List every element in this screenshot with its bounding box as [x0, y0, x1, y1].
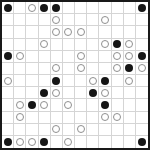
cell-r11c11[interactable] [136, 136, 148, 148]
cell-r8c7[interactable] [87, 99, 99, 111]
cell-r8c3[interactable] [39, 99, 51, 111]
black-pearl [113, 40, 121, 48]
cell-r4c3[interactable] [39, 51, 51, 63]
black-pearl [40, 89, 48, 97]
black-pearl [28, 101, 36, 109]
cell-r0c2[interactable] [26, 2, 38, 14]
cell-r4c5[interactable] [63, 51, 75, 63]
cell-r7c8[interactable] [99, 87, 111, 99]
white-pearl [52, 89, 60, 97]
cell-r10c8[interactable] [99, 124, 111, 136]
cell-r10c6[interactable] [75, 124, 87, 136]
white-pearl [101, 113, 109, 121]
cell-r0c7[interactable] [87, 2, 99, 14]
cell-r7c9[interactable] [112, 87, 124, 99]
black-pearl [89, 89, 97, 97]
cell-r8c5[interactable] [63, 99, 75, 111]
cell-r3c6[interactable] [75, 39, 87, 51]
cell-r8c9[interactable] [112, 99, 124, 111]
cell-r2c5[interactable] [63, 26, 75, 38]
black-pearl [138, 138, 146, 146]
white-pearl [101, 16, 109, 24]
cell-r5c6[interactable] [75, 63, 87, 75]
cell-r2c3[interactable] [39, 26, 51, 38]
cell-r0c11[interactable] [136, 2, 148, 14]
cell-r7c3[interactable] [39, 87, 51, 99]
cell-r1c11[interactable] [136, 14, 148, 26]
cell-r9c2[interactable] [26, 112, 38, 124]
cell-r5c7[interactable] [87, 63, 99, 75]
cell-r0c1[interactable] [14, 2, 26, 14]
cell-r11c4[interactable] [51, 136, 63, 148]
white-pearl [113, 64, 121, 72]
cell-r2c6[interactable] [75, 26, 87, 38]
cell-r1c8[interactable] [99, 14, 111, 26]
cell-r2c8[interactable] [99, 26, 111, 38]
cell-r9c7[interactable] [87, 112, 99, 124]
cell-r0c5[interactable] [63, 2, 75, 14]
black-pearl [125, 64, 133, 72]
cell-r7c1[interactable] [14, 87, 26, 99]
black-pearl [138, 4, 146, 12]
black-pearl [40, 4, 48, 12]
cell-r1c5[interactable] [63, 14, 75, 26]
white-pearl [40, 101, 48, 109]
cell-r2c11[interactable] [136, 26, 148, 38]
cell-r7c4[interactable] [51, 87, 63, 99]
cell-r3c0[interactable] [2, 39, 14, 51]
cell-r7c5[interactable] [63, 87, 75, 99]
cell-r11c1[interactable] [14, 136, 26, 148]
white-pearl [52, 28, 60, 36]
cell-r10c10[interactable] [124, 124, 136, 136]
cell-r7c11[interactable] [136, 87, 148, 99]
cell-r11c2[interactable] [26, 136, 38, 148]
cell-r10c3[interactable] [39, 124, 51, 136]
cell-r6c0[interactable] [2, 75, 14, 87]
cell-r7c2[interactable] [26, 87, 38, 99]
cell-r4c8[interactable] [99, 51, 111, 63]
white-pearl [113, 52, 121, 60]
cell-r1c6[interactable] [75, 14, 87, 26]
cell-r2c0[interactable] [2, 26, 14, 38]
cell-r1c7[interactable] [87, 14, 99, 26]
black-pearl [101, 101, 109, 109]
cell-r4c4[interactable] [51, 51, 63, 63]
white-pearl [52, 64, 60, 72]
cell-r7c7[interactable] [87, 87, 99, 99]
cell-r10c1[interactable] [14, 124, 26, 136]
cell-r9c5[interactable] [63, 112, 75, 124]
cell-r0c3[interactable] [39, 2, 51, 14]
cell-r6c9[interactable] [112, 75, 124, 87]
cell-r4c9[interactable] [112, 51, 124, 63]
cell-r4c0[interactable] [2, 51, 14, 63]
black-pearl [101, 77, 109, 85]
cell-r9c11[interactable] [136, 112, 148, 124]
cell-r0c4[interactable] [51, 2, 63, 14]
cell-r4c1[interactable] [14, 51, 26, 63]
cell-r2c4[interactable] [51, 26, 63, 38]
cell-r6c10[interactable] [124, 75, 136, 87]
cell-r11c7[interactable] [87, 136, 99, 148]
cell-r8c1[interactable] [14, 99, 26, 111]
white-pearl [64, 28, 72, 36]
cell-r1c3[interactable] [39, 14, 51, 26]
white-pearl [52, 125, 60, 133]
cell-r4c7[interactable] [87, 51, 99, 63]
cell-r0c6[interactable] [75, 2, 87, 14]
cell-r6c4[interactable] [51, 75, 63, 87]
cell-r9c1[interactable] [14, 112, 26, 124]
cell-r3c10[interactable] [124, 39, 136, 51]
white-pearl [77, 125, 85, 133]
cell-r11c6[interactable] [75, 136, 87, 148]
white-pearl [125, 40, 133, 48]
white-pearl [16, 138, 24, 146]
cell-r5c4[interactable] [51, 63, 63, 75]
cell-r10c11[interactable] [136, 124, 148, 136]
cell-r4c11[interactable] [136, 51, 148, 63]
cell-r5c10[interactable] [124, 63, 136, 75]
cell-r8c10[interactable] [124, 99, 136, 111]
white-pearl [40, 40, 48, 48]
cell-r4c10[interactable] [124, 51, 136, 63]
white-pearl [101, 89, 109, 97]
cell-r10c9[interactable] [112, 124, 124, 136]
cell-r7c0[interactable] [2, 87, 14, 99]
white-pearl [52, 16, 60, 24]
cell-r6c11[interactable] [136, 75, 148, 87]
cell-r8c11[interactable] [136, 99, 148, 111]
cell-r9c8[interactable] [99, 112, 111, 124]
cell-r5c1[interactable] [14, 63, 26, 75]
black-pearl [4, 4, 12, 12]
cell-r3c9[interactable] [112, 39, 124, 51]
white-pearl [77, 52, 85, 60]
cell-r9c4[interactable] [51, 112, 63, 124]
white-pearl [89, 77, 97, 85]
cell-r1c9[interactable] [112, 14, 124, 26]
cell-r1c10[interactable] [124, 14, 136, 26]
cell-r3c8[interactable] [99, 39, 111, 51]
cell-r10c5[interactable] [63, 124, 75, 136]
black-pearl [52, 4, 60, 12]
cell-r11c5[interactable] [63, 136, 75, 148]
cell-r10c2[interactable] [26, 124, 38, 136]
cell-r2c1[interactable] [14, 26, 26, 38]
cell-r4c2[interactable] [26, 51, 38, 63]
cell-r10c7[interactable] [87, 124, 99, 136]
cell-r11c9[interactable] [112, 136, 124, 148]
cell-r6c6[interactable] [75, 75, 87, 87]
cell-r5c9[interactable] [112, 63, 124, 75]
cell-r3c4[interactable] [51, 39, 63, 51]
cell-r0c0[interactable] [2, 2, 14, 14]
black-pearl [138, 52, 146, 60]
cell-r5c5[interactable] [63, 63, 75, 75]
cell-r8c0[interactable] [2, 99, 14, 111]
cell-r3c3[interactable] [39, 39, 51, 51]
black-pearl [52, 77, 60, 85]
cell-r6c1[interactable] [14, 75, 26, 87]
cell-r2c2[interactable] [26, 26, 38, 38]
cell-r1c4[interactable] [51, 14, 63, 26]
cell-r1c1[interactable] [14, 14, 26, 26]
cell-r8c8[interactable] [99, 99, 111, 111]
cell-r0c9[interactable] [112, 2, 124, 14]
white-pearl [16, 113, 24, 121]
white-pearl [77, 64, 85, 72]
cell-r10c4[interactable] [51, 124, 63, 136]
white-pearl [113, 113, 121, 121]
cell-r3c5[interactable] [63, 39, 75, 51]
cell-r5c0[interactable] [2, 63, 14, 75]
black-pearl [4, 138, 12, 146]
black-pearl [4, 52, 12, 60]
cell-r11c0[interactable] [2, 136, 14, 148]
cell-r0c8[interactable] [99, 2, 111, 14]
white-pearl [125, 77, 133, 85]
cell-r6c2[interactable] [26, 75, 38, 87]
cell-r10c0[interactable] [2, 124, 14, 136]
cell-r9c0[interactable] [2, 112, 14, 124]
cell-r5c11[interactable] [136, 63, 148, 75]
white-pearl [4, 77, 12, 85]
black-pearl [40, 138, 48, 146]
white-pearl [77, 28, 85, 36]
white-pearl [64, 101, 72, 109]
cell-r6c3[interactable] [39, 75, 51, 87]
cell-r11c3[interactable] [39, 136, 51, 148]
cell-r2c9[interactable] [112, 26, 124, 38]
cell-r5c2[interactable] [26, 63, 38, 75]
cell-r3c2[interactable] [26, 39, 38, 51]
cell-r6c8[interactable] [99, 75, 111, 87]
white-pearl [16, 52, 24, 60]
cell-r5c3[interactable] [39, 63, 51, 75]
cell-r8c4[interactable] [51, 99, 63, 111]
cell-r3c1[interactable] [14, 39, 26, 51]
white-pearl [28, 138, 36, 146]
cell-r2c10[interactable] [124, 26, 136, 38]
cell-r6c5[interactable] [63, 75, 75, 87]
cell-r9c10[interactable] [124, 112, 136, 124]
cell-r1c0[interactable] [2, 14, 14, 26]
white-pearl [28, 4, 36, 12]
cell-r9c3[interactable] [39, 112, 51, 124]
cell-r6c7[interactable] [87, 75, 99, 87]
white-pearl [101, 40, 109, 48]
cell-r0c10[interactable] [124, 2, 136, 14]
cell-r9c6[interactable] [75, 112, 87, 124]
cell-r7c6[interactable] [75, 87, 87, 99]
masyu-board [0, 0, 150, 150]
cell-r3c7[interactable] [87, 39, 99, 51]
white-pearl [125, 52, 133, 60]
cell-r7c10[interactable] [124, 87, 136, 99]
cell-r1c2[interactable] [26, 14, 38, 26]
cell-r8c6[interactable] [75, 99, 87, 111]
white-pearl [138, 64, 146, 72]
cell-r5c8[interactable] [99, 63, 111, 75]
white-pearl [16, 101, 24, 109]
cell-r11c10[interactable] [124, 136, 136, 148]
cell-r4c6[interactable] [75, 51, 87, 63]
white-pearl [64, 138, 72, 146]
cell-r9c9[interactable] [112, 112, 124, 124]
cell-r11c8[interactable] [99, 136, 111, 148]
cell-r2c7[interactable] [87, 26, 99, 38]
cell-r3c11[interactable] [136, 39, 148, 51]
cell-r8c2[interactable] [26, 99, 38, 111]
